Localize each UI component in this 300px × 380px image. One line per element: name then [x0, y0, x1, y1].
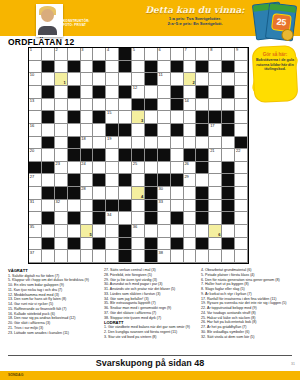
grid-cell[interactable] [68, 225, 81, 238]
grid-cell[interactable] [132, 250, 145, 263]
grid-cell[interactable] [132, 137, 145, 150]
grid-cell[interactable] [145, 48, 158, 61]
grid-cell[interactable] [235, 250, 248, 263]
grid-cell[interactable] [196, 137, 209, 150]
grid-cell[interactable] [106, 86, 119, 99]
grid-cell[interactable] [132, 61, 145, 74]
grid-cell[interactable] [158, 124, 171, 137]
grid-cell[interactable] [171, 73, 184, 86]
grid-cell-black [196, 61, 209, 74]
grid-cell-black [171, 99, 184, 112]
grid-cell[interactable]: 24 [81, 162, 94, 175]
prize-line-2: 2:a–5:e pris: En Sverigelott. [140, 21, 250, 26]
cell-number: 17 [210, 124, 214, 128]
grid-cell-black [196, 149, 209, 162]
grid-cell[interactable] [222, 99, 235, 112]
grid-cell[interactable] [106, 225, 119, 238]
grid-cell[interactable] [235, 225, 248, 238]
grid-cell[interactable] [184, 124, 197, 137]
grid-cell[interactable] [93, 137, 106, 150]
grid-cell[interactable]: 34 [106, 212, 119, 225]
grid-cell[interactable]: 36 [132, 225, 145, 238]
grid-cell[interactable] [196, 48, 209, 61]
grid-cell[interactable] [196, 99, 209, 112]
grid-cell[interactable] [119, 187, 132, 200]
grid-cell-black [171, 61, 184, 74]
grid-cell[interactable] [42, 73, 55, 86]
grid-cell[interactable] [222, 149, 235, 162]
grid-cell[interactable] [196, 225, 209, 238]
grid-cell[interactable] [184, 137, 197, 150]
grid-cell-black [42, 111, 55, 124]
grid-cell[interactable] [81, 174, 94, 187]
cell-number: 36 [133, 225, 137, 229]
grid-cell-black [145, 187, 158, 200]
grid-cell[interactable] [42, 149, 55, 162]
clue-item: 26. Har fått på kulcentertak bok (8) [201, 320, 293, 324]
grid-cell[interactable] [55, 225, 68, 238]
grid-cell[interactable] [209, 187, 222, 200]
grid-cell[interactable] [184, 250, 197, 263]
grid-cell[interactable]: 37 [29, 250, 42, 263]
grid-cell-black [93, 212, 106, 225]
grid-cell[interactable] [158, 86, 171, 99]
cell-number: 21 [210, 149, 214, 153]
grid-cell[interactable] [222, 48, 235, 61]
grid-cell[interactable] [106, 61, 119, 74]
grid-cell-black [222, 162, 235, 175]
grid-cell[interactable]: 21 [209, 149, 222, 162]
byline-line2: FOTO: PRIVAT [63, 24, 90, 28]
grid-cell[interactable] [184, 238, 197, 251]
grid-cell[interactable] [235, 61, 248, 74]
grid-cell[interactable] [158, 61, 171, 74]
clue-item: 1. Gör vändbete med balans när det går s… [104, 325, 196, 329]
grid-cell-black [119, 124, 132, 137]
grid-cell-black [68, 86, 81, 99]
clue-item: 32. Sätt vissla åt dem som kör (5) [201, 335, 293, 339]
clue-col2-across: 27. Sätts verkan central i mål (3)28. Fö… [104, 268, 196, 320]
grid-cell[interactable] [106, 149, 119, 162]
grid-cell-black [171, 174, 184, 187]
edition-label: SÖNDAG [8, 373, 23, 377]
cell-number: 6 [159, 48, 161, 52]
cell-number: 27 [30, 175, 34, 179]
across-header: VÅGRÄTT [8, 269, 100, 273]
cell-number: 22 [236, 149, 240, 153]
grid-cell[interactable] [55, 86, 68, 99]
bonus-letter-index: 1 [64, 81, 66, 85]
grid-cell[interactable] [106, 187, 119, 200]
clue-item: 15. Raffinerande av finansiellt fält (7) [8, 307, 100, 311]
grid-cell[interactable]: 16 [29, 124, 42, 137]
grid-cell[interactable] [106, 162, 119, 175]
grid-cell[interactable] [171, 225, 184, 238]
grid-cell[interactable] [184, 200, 197, 213]
howto-title: Gör så här: [255, 52, 295, 57]
grid-cell-black [93, 238, 106, 251]
grid-cell-black [93, 200, 106, 213]
grid-cell-black [42, 187, 55, 200]
grid-cell[interactable] [184, 111, 197, 124]
cell-number: 20 [30, 149, 34, 153]
grid-cell[interactable] [42, 225, 55, 238]
grid-cell-black [196, 111, 209, 124]
cell-number: 9 [236, 48, 238, 52]
grid-cell[interactable] [209, 212, 222, 225]
grid-cell[interactable] [93, 225, 106, 238]
grid-cell[interactable] [235, 187, 248, 200]
grid-cell[interactable] [171, 187, 184, 200]
grid-cell[interactable]: 9 [235, 48, 248, 61]
grid-cell[interactable]: 3 [132, 111, 145, 124]
grid-cell[interactable] [55, 111, 68, 124]
grid-cell[interactable] [29, 111, 42, 124]
grid-cell-black [68, 187, 81, 200]
grid-cell[interactable] [158, 212, 171, 225]
grid-cell[interactable] [119, 73, 132, 86]
grid-cell[interactable]: 5 [132, 48, 145, 61]
grid-cell[interactable] [158, 99, 171, 112]
grid-cell[interactable]: 2 [55, 48, 68, 61]
grid-cell-black [68, 137, 81, 150]
clue-column-2: 27. Sätts verkan central i mål (3)28. Fö… [104, 268, 196, 340]
cell-number: 38 [159, 251, 163, 255]
grid-cell-black [55, 187, 68, 200]
grid-cell[interactable]: 7 [184, 48, 197, 61]
cell-number: 18 [81, 137, 85, 141]
grid-cell[interactable] [132, 212, 145, 225]
grid-cell[interactable]: 19 [106, 137, 119, 150]
grid-cell[interactable]: 22 [235, 149, 248, 162]
grid-cell-black [145, 149, 158, 162]
cell-number: 12 [133, 86, 137, 90]
clue-item: 3. Står ute vid bord på vintern (8) [104, 335, 196, 339]
grid-cell[interactable] [93, 48, 106, 61]
grid-cell[interactable]: 12 [132, 86, 145, 99]
grid-cell[interactable] [42, 99, 55, 112]
grid-cell[interactable]: 27 [29, 174, 42, 187]
grid-cell[interactable] [209, 174, 222, 187]
grid-cell-black [196, 187, 209, 200]
grid-cell[interactable] [42, 174, 55, 187]
grid-cell[interactable] [93, 250, 106, 263]
grid-cell[interactable] [222, 73, 235, 86]
grid-cell[interactable] [106, 99, 119, 112]
grid-cell[interactable] [68, 250, 81, 263]
grid-cell[interactable] [93, 124, 106, 137]
grid-cell[interactable]: 1 [29, 48, 42, 61]
grid-cell-black [119, 174, 132, 187]
grid-cell[interactable] [81, 212, 94, 225]
grid-cell[interactable]: 14 [184, 99, 197, 112]
grid-cell[interactable] [55, 137, 68, 150]
grid-cell[interactable] [42, 250, 55, 263]
grid-cell[interactable]: 38 [158, 250, 171, 263]
grid-cell-black [145, 99, 158, 112]
grid-cell[interactable] [184, 86, 197, 99]
grid-cell[interactable]: 15 [106, 111, 119, 124]
grid-cell[interactable] [171, 137, 184, 150]
grid-cell-black [171, 238, 184, 251]
grid-cell[interactable] [235, 212, 248, 225]
grid-cell[interactable] [235, 162, 248, 175]
grid-cell[interactable] [145, 111, 158, 124]
grid-cell[interactable] [171, 48, 184, 61]
grid-cell[interactable]: 6 [209, 225, 222, 238]
grid-cell[interactable]: 25 [132, 162, 145, 175]
grid-cell-black [132, 149, 145, 162]
grid-cell[interactable] [119, 137, 132, 150]
grid-cell[interactable] [81, 73, 94, 86]
grid-cell[interactable] [132, 238, 145, 251]
grid-cell[interactable] [184, 61, 197, 74]
grid-cell[interactable] [93, 187, 106, 200]
grid-cell[interactable] [209, 250, 222, 263]
grid-cell-black [145, 124, 158, 137]
grid-cell[interactable] [209, 238, 222, 251]
grid-cell[interactable] [68, 73, 81, 86]
cell-number: 29 [184, 175, 188, 179]
grid-cell-black [196, 124, 209, 137]
grid-cell[interactable] [55, 61, 68, 74]
grid-cell[interactable] [209, 137, 222, 150]
grid-cell[interactable] [106, 73, 119, 86]
grid-cell[interactable] [158, 111, 171, 124]
grid-cell[interactable]: 5 [81, 225, 94, 238]
bonus-letter-index: 2 [192, 81, 194, 85]
grid-cell[interactable] [209, 61, 222, 74]
grid-cell[interactable] [93, 99, 106, 112]
clue-item: 23. Lättade som anades i kanalen (11) [8, 331, 100, 335]
grid-cell[interactable] [222, 137, 235, 150]
clue-item: 25. Hakar väl käke och säcken (8) [201, 316, 293, 320]
grid-cell[interactable]: 28 [81, 187, 94, 200]
cell-number: 28 [81, 187, 85, 191]
grid-cell[interactable] [68, 48, 81, 61]
grid-cell[interactable] [235, 174, 248, 187]
grid-cell[interactable] [119, 111, 132, 124]
grid-cell[interactable]: 31 [29, 200, 42, 213]
grid-cell[interactable] [55, 174, 68, 187]
grid-cell[interactable] [81, 238, 94, 251]
grid-cell[interactable] [132, 174, 145, 187]
cell-number: 2 [56, 48, 58, 52]
grid-cell[interactable] [145, 225, 158, 238]
grid-cell[interactable] [235, 99, 248, 112]
grid-cell[interactable] [106, 250, 119, 263]
constructor-photo [36, 4, 63, 37]
grid-cell[interactable]: 26 [184, 162, 197, 175]
grid-cell[interactable]: 1 [55, 73, 68, 86]
grid-cell[interactable] [171, 200, 184, 213]
grid-cell-black [106, 200, 119, 213]
grid-cell[interactable]: 23 [55, 162, 68, 175]
grid-cell[interactable] [209, 200, 222, 213]
clue-item: 27. Sätts verkan central i mål (3) [104, 268, 196, 272]
clue-item: 4. Obearbetat grundmaterial (6) [201, 268, 293, 272]
bonus-letter-index: 6 [218, 233, 220, 237]
grid-cell[interactable] [209, 162, 222, 175]
grid-cell[interactable] [119, 162, 132, 175]
grid-cell[interactable] [158, 162, 171, 175]
grid-cell-black [145, 61, 158, 74]
grid-cell-black [93, 149, 106, 162]
grid-cell[interactable] [184, 212, 197, 225]
grid-cell[interactable] [235, 111, 248, 124]
grid-cell[interactable] [29, 187, 42, 200]
clue-item: 29. Gör ju lite även tyst värdig (3) [104, 278, 196, 282]
grid-cell-black [119, 86, 132, 99]
clue-item: 20. Gör slätt i affärerna (3) [8, 321, 100, 325]
grid-cell[interactable] [196, 174, 209, 187]
grid-cell[interactable] [81, 86, 94, 99]
grid-cell[interactable] [81, 99, 94, 112]
cell-number: 37 [30, 251, 34, 255]
grid-cell-black [42, 61, 55, 74]
grid-cell[interactable] [145, 162, 158, 175]
grid-cell[interactable]: 33 [158, 200, 171, 213]
grid-cell[interactable] [68, 200, 81, 213]
grid-cell[interactable] [171, 162, 184, 175]
grid-cell[interactable]: 17 [209, 124, 222, 137]
lottery-ticket-graphic: 25 [252, 1, 298, 41]
clue-item: 31. Används ute och pratar när det blåse… [104, 287, 196, 291]
grid-cell[interactable]: 35 [29, 225, 42, 238]
grid-cell[interactable] [68, 124, 81, 137]
grid-cell[interactable] [81, 124, 94, 137]
grid-cell[interactable] [158, 225, 171, 238]
grid-cell[interactable] [119, 99, 132, 112]
grid-cell-black [68, 111, 81, 124]
grid-cell[interactable] [29, 86, 42, 99]
cell-number: 19 [107, 137, 111, 141]
grid-cell[interactable] [184, 187, 197, 200]
grid-cell-black [81, 149, 94, 162]
grid-cell[interactable]: 18 [81, 137, 94, 150]
clue-item: 8. Slags fåglar eller slag (5) [201, 287, 293, 291]
grid-cell[interactable]: 6 [158, 48, 171, 61]
grid-cell[interactable]: 29 [184, 174, 197, 187]
grid-cell[interactable] [29, 61, 42, 74]
grid-cell[interactable] [235, 73, 248, 86]
grid-cell[interactable] [209, 86, 222, 99]
grid-cell[interactable] [171, 111, 184, 124]
grid-cell[interactable] [119, 212, 132, 225]
grid-cell-black [196, 200, 209, 213]
grid-cell[interactable]: 13 [29, 99, 42, 112]
grid-cell[interactable] [196, 73, 209, 86]
crossword-grid[interactable]: 1234567891011121213141531617181920212223… [28, 47, 249, 264]
grid-cell-black [222, 174, 235, 187]
grid-cell[interactable] [132, 73, 145, 86]
grid-cell[interactable] [145, 137, 158, 150]
grid-cell-black [196, 86, 209, 99]
grid-cell-black [145, 250, 158, 263]
grid-cell[interactable] [106, 238, 119, 251]
clue-item: 1. Saluför digitalt nu för tiden (7) [8, 274, 100, 278]
grid-cell[interactable] [235, 200, 248, 213]
grid-cell[interactable] [171, 250, 184, 263]
grid-cell-black [158, 174, 171, 187]
grid-cell[interactable] [55, 212, 68, 225]
grid-cell[interactable] [81, 61, 94, 74]
cell-number: 16 [30, 124, 34, 128]
grid-cell[interactable] [81, 250, 94, 263]
grid-cell[interactable] [42, 200, 55, 213]
grid-cell[interactable]: 10 [29, 73, 42, 86]
grid-cell[interactable] [222, 225, 235, 238]
grid-cell[interactable]: 8 [209, 48, 222, 61]
grid-cell[interactable]: 11 [158, 73, 171, 86]
grid-cell[interactable] [235, 86, 248, 99]
grid-cell-black [235, 137, 248, 150]
grid-cell[interactable] [55, 250, 68, 263]
grid-cell[interactable] [171, 149, 184, 162]
grid-cell-black [158, 149, 171, 162]
grid-cell-black [42, 238, 55, 251]
grid-cell[interactable] [184, 225, 197, 238]
grid-cell[interactable] [132, 200, 145, 213]
grid-cell-black [196, 162, 209, 175]
grid-cell[interactable] [158, 238, 171, 251]
grid-cell-black [119, 250, 132, 263]
cell-number: 8 [210, 48, 212, 52]
grid-cell[interactable]: 4 [132, 187, 145, 200]
grid-cell[interactable] [29, 137, 42, 150]
grid-cell[interactable] [29, 238, 42, 251]
coin-icon [281, 28, 294, 41]
clue-item: 21. Trivs i sur miljö (3) [8, 326, 100, 330]
grid-cell[interactable] [42, 124, 55, 137]
grid-cell[interactable]: 4 [106, 48, 119, 61]
grid-cell[interactable]: 30 [158, 187, 171, 200]
grid-cell[interactable] [68, 162, 81, 175]
grid-cell[interactable]: 32 [55, 200, 68, 213]
grid-cell[interactable] [235, 238, 248, 251]
grid-cell[interactable] [55, 149, 68, 162]
grid-cell[interactable] [55, 99, 68, 112]
grid-cell[interactable]: 3 [81, 48, 94, 61]
grid-cell[interactable]: 2 [184, 73, 197, 86]
grid-cell[interactable] [145, 86, 158, 99]
grid-cell[interactable] [55, 238, 68, 251]
clue-item: 30. Blir oskadliga symboler (6) [201, 330, 293, 334]
grid-cell-black [222, 212, 235, 225]
grid-cell[interactable]: 20 [29, 149, 42, 162]
grid-cell[interactable] [132, 124, 145, 137]
grid-cell[interactable] [55, 124, 68, 137]
grid-cell[interactable] [106, 174, 119, 187]
grid-cell[interactable] [222, 250, 235, 263]
grid-cell-black [106, 124, 119, 137]
grid-cell[interactable] [81, 111, 94, 124]
grid-cell[interactable] [209, 73, 222, 86]
grid-cell[interactable] [235, 124, 248, 137]
grid-cell[interactable] [158, 137, 171, 150]
down-header: LODRÄTT [104, 321, 196, 325]
grid-cell-black [119, 61, 132, 74]
grid-cell[interactable] [93, 73, 106, 86]
grid-cell[interactable] [93, 162, 106, 175]
grid-cell[interactable] [209, 99, 222, 112]
grid-cell[interactable] [29, 212, 42, 225]
grid-cell[interactable] [42, 48, 55, 61]
page-title: ORDFLÄTAN 12 [8, 37, 74, 47]
grid-cell[interactable] [196, 250, 209, 263]
grid-cell[interactable] [81, 200, 94, 213]
grid-cell[interactable] [68, 99, 81, 112]
